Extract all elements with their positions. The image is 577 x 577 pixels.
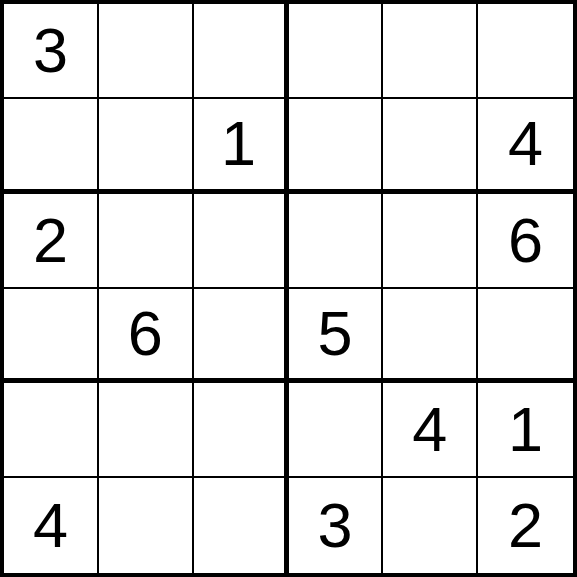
cell-r1c3[interactable] — [194, 4, 289, 99]
cell-r4c2[interactable]: 6 — [99, 289, 194, 384]
given-digit: 2 — [508, 494, 543, 557]
cell-r2c3[interactable]: 1 — [194, 99, 289, 194]
given-digit: 6 — [508, 209, 543, 272]
cell-r3c5[interactable] — [383, 194, 478, 289]
cell-r5c6[interactable]: 1 — [478, 383, 573, 478]
cell-r6c2[interactable] — [99, 478, 194, 573]
cell-r1c1[interactable]: 3 — [4, 4, 99, 99]
cell-r2c4[interactable] — [289, 99, 384, 194]
cell-r3c1[interactable]: 2 — [4, 194, 99, 289]
cell-r6c3[interactable] — [194, 478, 289, 573]
cell-r5c3[interactable] — [194, 383, 289, 478]
cell-r1c2[interactable] — [99, 4, 194, 99]
given-digit: 5 — [317, 302, 352, 365]
cell-r4c3[interactable] — [194, 289, 289, 384]
given-digit: 4 — [508, 112, 543, 175]
given-digit: 4 — [412, 398, 447, 461]
cell-r5c4[interactable] — [289, 383, 384, 478]
cell-r2c5[interactable] — [383, 99, 478, 194]
sudoku-board: 314266541432 — [0, 0, 577, 577]
cell-r4c1[interactable] — [4, 289, 99, 384]
cell-r5c5[interactable]: 4 — [383, 383, 478, 478]
given-digit: 1 — [221, 112, 256, 175]
cell-r3c4[interactable] — [289, 194, 384, 289]
cell-r1c6[interactable] — [478, 4, 573, 99]
cell-r5c1[interactable] — [4, 383, 99, 478]
cell-r4c5[interactable] — [383, 289, 478, 384]
cell-r3c2[interactable] — [99, 194, 194, 289]
cell-r6c1[interactable]: 4 — [4, 478, 99, 573]
cell-r2c1[interactable] — [4, 99, 99, 194]
cell-r6c6[interactable]: 2 — [478, 478, 573, 573]
cell-r5c2[interactable] — [99, 383, 194, 478]
cell-r6c4[interactable]: 3 — [289, 478, 384, 573]
cell-r3c3[interactable] — [194, 194, 289, 289]
cell-r4c6[interactable] — [478, 289, 573, 384]
cell-r4c4[interactable]: 5 — [289, 289, 384, 384]
cell-r1c5[interactable] — [383, 4, 478, 99]
given-digit: 3 — [317, 494, 352, 557]
cell-r1c4[interactable] — [289, 4, 384, 99]
given-digit: 3 — [33, 19, 68, 82]
cell-r3c6[interactable]: 6 — [478, 194, 573, 289]
cell-r6c5[interactable] — [383, 478, 478, 573]
given-digit: 6 — [128, 302, 163, 365]
cell-r2c6[interactable]: 4 — [478, 99, 573, 194]
given-digit: 2 — [33, 209, 68, 272]
given-digit: 1 — [508, 398, 543, 461]
given-digit: 4 — [33, 494, 68, 557]
cell-r2c2[interactable] — [99, 99, 194, 194]
